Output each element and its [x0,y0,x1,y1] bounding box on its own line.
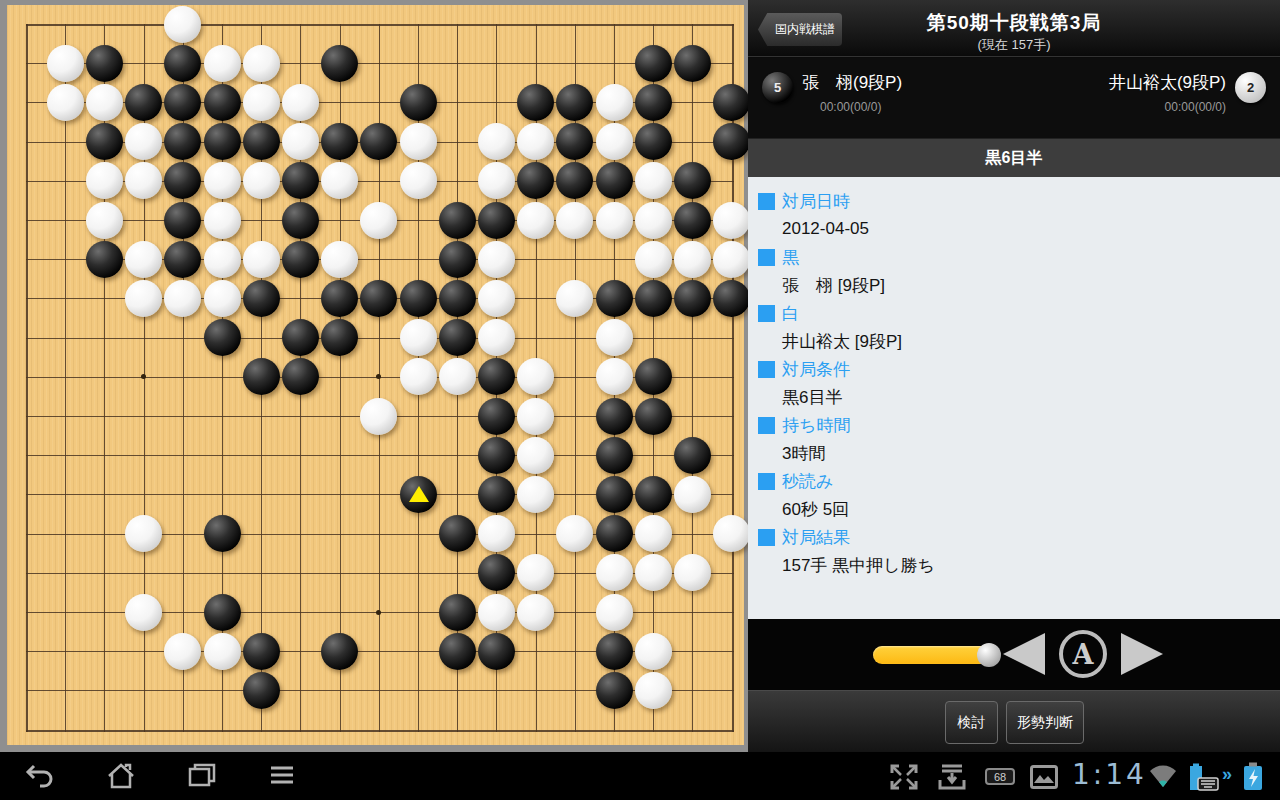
white-stone [478,123,515,160]
white-stone [635,672,672,709]
black-stone [321,45,358,82]
black-stone [596,515,633,552]
white-stone [596,123,633,160]
info-value: 黒6目半 [748,386,842,409]
bullet-square-icon [758,417,775,434]
black-stone [674,280,711,317]
white-stone [164,280,201,317]
battery-percent-badge: 68 [985,768,1015,785]
grid-line [692,24,693,732]
black-stone [282,202,319,239]
bullet-square-icon [758,305,775,322]
star-point [141,374,146,379]
white-stone [596,358,633,395]
white-stone [282,84,319,121]
black-stone [360,123,397,160]
white-stone [635,162,672,199]
last-move-stone [400,476,437,513]
white-player-name: 井山裕太(9段P) [1109,72,1226,94]
black-stone [282,319,319,356]
white-stone [439,358,476,395]
white-stone [125,594,162,631]
white-stone [360,398,397,435]
white-stone [517,398,554,435]
black-stone [635,123,672,160]
white-stone [204,280,241,317]
white-stone [204,202,241,239]
black-stone [204,84,241,121]
menu-icon[interactable] [266,760,298,792]
black-stone [125,84,162,121]
black-stone [204,515,241,552]
go-board-pane [0,0,748,752]
info-label: 対局結果 [748,523,1280,551]
grid-line [26,63,734,64]
black-stone [243,280,280,317]
white-stone [517,358,554,395]
white-stone [517,594,554,631]
black-stone [517,162,554,199]
black-stone [321,633,358,670]
black-stone [556,162,593,199]
white-stone [204,241,241,278]
black-stone [321,280,358,317]
black-stone [204,594,241,631]
white-stone [674,476,711,513]
black-player-time: 00:00(00/0) [802,100,902,114]
white-stone [713,241,748,278]
white-stone [635,202,672,239]
black-stone [243,633,280,670]
black-stone [517,84,554,121]
white-stone [478,594,515,631]
white-stone [635,241,672,278]
black-stone [478,437,515,474]
black-stone [478,554,515,591]
position-judge-button[interactable]: 形勢判断 [1006,701,1084,744]
white-stone [596,202,633,239]
white-stone [556,515,593,552]
header: 国内戦棋譜 第50期十段戦第3局 (現在 157手) [748,0,1280,57]
app-screen: 国内戦棋譜 第50期十段戦第3局 (現在 157手) 5 張 栩(9段P) 00… [0,0,1280,800]
white-stone [478,280,515,317]
info-value: 3時間 [748,442,825,465]
white-stone [243,241,280,278]
white-stone [478,241,515,278]
white-stone [360,202,397,239]
black-stone [400,84,437,121]
white-stone [478,162,515,199]
black-stone [713,123,748,160]
black-stone [596,476,633,513]
white-stone [400,319,437,356]
white-stone [204,162,241,199]
move-slider[interactable] [873,646,991,664]
black-stone [439,515,476,552]
chevrons-icon: » [1222,764,1230,785]
komi-bar: 黒6目半 [748,138,1280,177]
info-label: 秒読み [748,467,1280,495]
white-stone [635,633,672,670]
white-stone [204,45,241,82]
white-stone [282,123,319,160]
white-stone [125,515,162,552]
black-stone [596,672,633,709]
white-stone [517,554,554,591]
white-stone [125,123,162,160]
black-stone [204,123,241,160]
black-stone [164,202,201,239]
bullet-square-icon [758,249,775,266]
black-stone [596,398,633,435]
bullet-square-icon [758,529,775,546]
slider-thumb[interactable] [977,643,1001,667]
black-stone [674,202,711,239]
white-stone [321,241,358,278]
recent-apps-icon[interactable] [186,760,218,792]
white-stone [164,633,201,670]
black-stone [164,84,201,121]
playback-controls: A [748,619,1280,690]
black-stone [360,280,397,317]
white-stone [635,515,672,552]
white-stone [596,319,633,356]
white-stone [400,123,437,160]
grid-line [65,24,66,732]
black-stone [164,241,201,278]
game-title: 第50期十段戦第3局 [748,10,1280,36]
black-stone [635,398,672,435]
wifi-icon [1148,765,1178,789]
screenshot-tray-icon [936,762,968,792]
white-stone [713,515,748,552]
white-stone [674,554,711,591]
white-stone [517,437,554,474]
black-stone [164,123,201,160]
white-stone [86,162,123,199]
black-stone [674,45,711,82]
black-stone [478,398,515,435]
black-stone [86,241,123,278]
black-stone [439,241,476,278]
bullet-square-icon [758,473,775,490]
white-stone [125,162,162,199]
next-move-button[interactable] [1121,633,1163,675]
info-value: 2012-04-05 [748,219,869,239]
bottom-toolbar: 検討 形勢判断 [748,690,1280,752]
black-stone [635,358,672,395]
black-stone [478,358,515,395]
black-stone [282,162,319,199]
black-stone [556,123,593,160]
black-stone [635,280,672,317]
black-stone [439,280,476,317]
black-stone [439,633,476,670]
white-stone [321,162,358,199]
last-move-triangle-marker [409,486,429,502]
white-stone-badge: 2 [1235,72,1266,103]
white-player: 井山裕太(9段P) 00:00(00/0) 2 [1109,72,1266,114]
black-player-name: 張 栩(9段P) [802,72,902,94]
black-stone [282,241,319,278]
black-stone [204,319,241,356]
white-stone [478,319,515,356]
info-label: 黒 [748,243,1280,271]
black-stone [400,280,437,317]
current-move-count: (現在 157手) [748,36,1280,54]
black-stone [674,162,711,199]
white-stone [517,123,554,160]
white-stone [713,202,748,239]
white-stone [517,476,554,513]
star-point [376,374,381,379]
black-stone [243,358,280,395]
black-stone [596,162,633,199]
fullscreen-icon [890,764,918,790]
info-label: 持ち時間 [748,411,1280,439]
white-stone [556,280,593,317]
white-stone [47,84,84,121]
black-stone [713,280,748,317]
bullet-square-icon [758,193,775,210]
black-stone [321,123,358,160]
white-stone [243,162,280,199]
black-stone [282,358,319,395]
info-value: 157手 黒中押し勝ち [748,554,935,577]
home-icon[interactable] [105,760,137,792]
black-stone [439,202,476,239]
gallery-icon [1030,765,1058,789]
battery-keyboard-icon [1186,762,1220,792]
bullet-square-icon [758,361,775,378]
black-stone [439,319,476,356]
white-stone [478,515,515,552]
black-stone [596,280,633,317]
white-stone [86,202,123,239]
white-stone [47,45,84,82]
white-stone [164,6,201,43]
battery-charging-icon [1240,760,1266,792]
grid-line [26,24,734,26]
black-stone [635,45,672,82]
black-stone [556,84,593,121]
black-stone [243,123,280,160]
white-stone [596,554,633,591]
black-stone [478,202,515,239]
white-stone [400,162,437,199]
white-stone [125,280,162,317]
black-stone [321,319,358,356]
white-stone [400,358,437,395]
game-info-list: 対局日時 2012-04-05 黒 張 栩 [9段P] 白 井山裕太 [9段P]… [748,177,1280,619]
black-player: 5 張 栩(9段P) 00:00(00/0) [762,72,902,114]
black-stone [86,123,123,160]
black-stone-badge: 5 [762,72,793,103]
android-system-bar: 68 1:14 » [0,752,1280,800]
grid-line [26,730,734,732]
info-label: 対局条件 [748,355,1280,383]
black-stone [164,45,201,82]
info-value: 60秒 5回 [748,498,849,521]
white-stone [674,241,711,278]
grid-line [26,24,28,732]
info-value: 井山裕太 [9段P] [748,330,902,353]
white-stone [556,202,593,239]
black-stone [478,476,515,513]
white-stone [635,554,672,591]
black-stone [478,633,515,670]
white-player-time: 00:00(00/0) [1109,100,1226,114]
info-label: 白 [748,299,1280,327]
info-panel: 国内戦棋譜 第50期十段戦第3局 (現在 157手) 5 張 栩(9段P) 00… [748,0,1280,752]
star-point [376,610,381,615]
review-button[interactable]: 検討 [945,701,998,744]
white-stone [204,633,241,670]
back-icon[interactable] [24,760,56,792]
players-bar: 5 張 栩(9段P) 00:00(00/0) 井山裕太(9段P) 00:00(0… [748,58,1280,138]
white-stone [243,45,280,82]
white-stone [596,594,633,631]
black-stone [596,633,633,670]
black-stone [674,437,711,474]
clock: 1:14 [1072,758,1147,791]
black-stone [635,84,672,121]
previous-move-button[interactable] [1003,633,1045,675]
black-stone [164,162,201,199]
info-label: 対局日時 [748,187,1280,215]
auto-play-button[interactable]: A [1059,630,1107,678]
white-stone [86,84,123,121]
info-value: 張 栩 [9段P] [748,274,885,297]
white-stone [243,84,280,121]
black-stone [86,45,123,82]
white-stone [517,202,554,239]
white-stone [596,84,633,121]
black-stone [439,594,476,631]
black-stone [635,476,672,513]
black-stone [713,84,748,121]
black-stone [596,437,633,474]
black-stone [243,672,280,709]
white-stone [125,241,162,278]
